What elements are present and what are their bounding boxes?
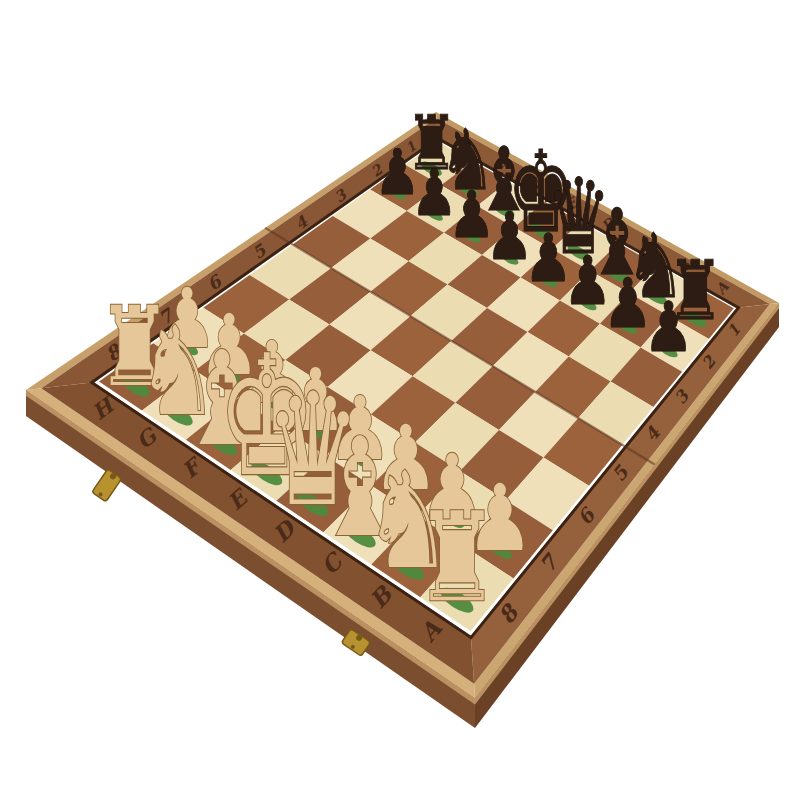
photo-canvas: 1122334455667788HHGGFFEEDDCCBBAA♜♞♟♝♟♚♟♛… [0,0,800,800]
chess-board: 1122334455667788HHGGFFEEDDCCBBAA♜♞♟♝♟♚♟♛… [0,0,800,800]
piece-white-rook[interactable]: ♜ [414,486,499,629]
piece-black-pawn[interactable]: ♟ [643,286,694,367]
